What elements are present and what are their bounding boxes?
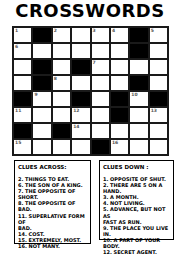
clue-number: 3 (93, 28, 96, 33)
grid-cell-black (130, 76, 147, 90)
grid-cell[interactable] (111, 44, 128, 58)
grid-cell-black (130, 28, 147, 42)
clues-across-header: CLUES ACROSS: (18, 164, 87, 170)
clue-number: 6 (15, 44, 18, 49)
grid-cell-black (72, 92, 89, 106)
grid-cell[interactable]: 12 (72, 108, 89, 122)
clue-number: 1 (15, 28, 18, 33)
grid-cell[interactable] (130, 124, 147, 138)
clue-item: 2. THERE ARE 5 ON A HAND. (103, 182, 170, 194)
clue-number: 13 (151, 108, 157, 113)
grid-cell[interactable] (72, 44, 89, 58)
grid-cell[interactable] (111, 76, 128, 90)
grid-cell[interactable] (92, 92, 109, 106)
grid-cell[interactable] (150, 140, 167, 154)
grid-cell[interactable]: 9 (33, 92, 50, 106)
clue-number: 8 (54, 76, 57, 81)
grid-cell[interactable] (92, 108, 109, 122)
clue-number: 14 (73, 124, 79, 129)
grid-cell[interactable] (53, 140, 70, 154)
clue-item: 5. ADVANCE, BUT NOT AS FAST AS RUN. (103, 206, 170, 224)
clue-number: 16 (112, 140, 118, 145)
clue-number: 10 (131, 92, 137, 97)
clue-number: 5 (151, 28, 154, 33)
grid-cell[interactable]: 4 (111, 28, 128, 42)
grid-cell-black (72, 60, 89, 74)
clue-item: 10. A PART OF YOUR BODY. (103, 237, 170, 249)
grid-cell[interactable]: 6 (14, 44, 31, 58)
clue-number: 11 (15, 108, 21, 113)
clue-item: 11. SUPERLATIVE FORM OF BAD. (18, 213, 87, 231)
grid-cell[interactable]: 7 (92, 60, 109, 74)
grid-cell[interactable]: 2 (53, 28, 70, 42)
clue-item: 16. NOT MANY. (18, 243, 87, 249)
grid-cell[interactable] (72, 28, 89, 42)
clue-number: 15 (15, 140, 21, 145)
grid-cell[interactable] (92, 44, 109, 58)
grid-cell-black (14, 92, 31, 106)
grid-cell[interactable] (33, 140, 50, 154)
clues-across-list: 2. THINGS TO EAT.6. THE SON OF A KING.7.… (18, 176, 87, 249)
grid-cell[interactable]: 5 (150, 28, 167, 42)
grid-cell[interactable] (111, 60, 128, 74)
grid-cell[interactable]: 11 (14, 108, 31, 122)
grid-cell[interactable]: 3 (92, 28, 109, 42)
page-title: CROSSWORDS (0, 0, 180, 21)
grid-cell[interactable] (150, 124, 167, 138)
grid-cell[interactable]: 16 (111, 140, 128, 154)
clue-number: 7 (93, 60, 96, 65)
grid-cell[interactable] (14, 76, 31, 90)
grid-cell[interactable]: 15 (14, 140, 31, 154)
grid-cell[interactable] (72, 140, 89, 154)
grid-cell-black (111, 92, 128, 106)
grid-cell[interactable] (53, 60, 70, 74)
grid-cell[interactable]: 13 (150, 108, 167, 122)
grid-cell[interactable]: 14 (72, 124, 89, 138)
clues-down-list: 1. OPPOSITE OF SHUT.2. THERE ARE 5 ON A … (103, 176, 170, 256)
grid-cell[interactable] (111, 124, 128, 138)
grid-cell[interactable] (130, 140, 147, 154)
grid-cell[interactable] (92, 76, 109, 90)
grid-cell-black (111, 108, 128, 122)
grid-cell[interactable] (33, 108, 50, 122)
clues-across-box: CLUES ACROSS: 2. THINGS TO EAT.6. THE SO… (14, 160, 91, 244)
grid-cell[interactable]: 1 (14, 28, 31, 42)
grid-cell-black (92, 140, 109, 154)
clues-down-box: CLUES DOWN : 1. OPPOSITE OF SHUT.2. THER… (99, 160, 174, 240)
grid-cell[interactable] (14, 60, 31, 74)
grid-cell[interactable] (33, 44, 50, 58)
grid-cell[interactable] (53, 108, 70, 122)
clue-item: 8. THE OPPOSITE OF BAD. (18, 200, 87, 212)
grid-cell[interactable] (33, 124, 50, 138)
grid-cell[interactable]: 10 (130, 92, 147, 106)
grid-cell[interactable] (53, 44, 70, 58)
grid-cell-black (150, 92, 167, 106)
grid-cell[interactable] (150, 44, 167, 58)
grid-cell[interactable] (53, 92, 70, 106)
clue-number: 2 (54, 28, 57, 33)
clue-item: 7. THE OPPOSITE OF SHORT. (18, 188, 87, 200)
grid-cell[interactable] (150, 60, 167, 74)
grid-cell[interactable] (150, 76, 167, 90)
grid-cell-black (33, 60, 50, 74)
clue-number: 4 (112, 28, 115, 33)
grid-cell-black (33, 28, 50, 42)
grid-cell-black (53, 124, 70, 138)
grid-cell[interactable]: 8 (53, 76, 70, 90)
clue-number: 9 (34, 92, 37, 97)
clue-number: 12 (73, 108, 79, 113)
grid-cell[interactable] (72, 76, 89, 90)
grid-cell-black (33, 76, 50, 90)
grid-cell-black (14, 124, 31, 138)
crossword-grid: 12345678910111213141516 (12, 26, 169, 156)
clues-down-header: CLUES DOWN : (103, 164, 170, 170)
clue-item: 9. THE PLACE YOU LIVE IN. (103, 225, 170, 237)
grid-cell[interactable] (92, 124, 109, 138)
grid-cell[interactable] (130, 108, 147, 122)
grid-cell-black (130, 44, 147, 58)
grid-cell[interactable] (130, 60, 147, 74)
